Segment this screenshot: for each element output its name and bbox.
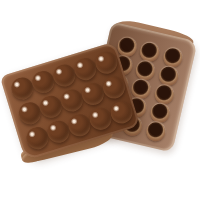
back-mold-cavity xyxy=(149,102,172,125)
back-mold-cavity xyxy=(157,65,180,88)
front-mold xyxy=(0,41,140,160)
front-mold-cavity xyxy=(93,49,120,76)
back-mold-cavity xyxy=(116,36,139,59)
back-mold-cavity xyxy=(161,46,184,69)
back-mold-cavity xyxy=(144,120,167,143)
front-mold-body xyxy=(0,41,140,160)
front-mold-cavity xyxy=(108,99,135,126)
product-photo xyxy=(0,0,200,200)
front-mold-cavity xyxy=(100,74,127,101)
back-mold-cavity xyxy=(153,83,176,106)
